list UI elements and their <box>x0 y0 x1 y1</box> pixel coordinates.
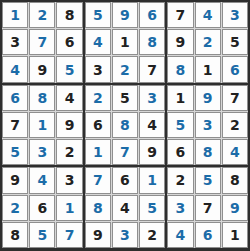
cell-r7c9[interactable]: 8 <box>222 167 248 193</box>
cell-r6c4[interactable]: 1 <box>85 139 111 165</box>
cell-r7c5[interactable]: 6 <box>112 167 138 193</box>
cell-r6c1[interactable]: 5 <box>2 139 28 165</box>
cell-r7c2[interactable]: 4 <box>29 167 55 193</box>
cell-r3c7[interactable]: 8 <box>167 56 193 82</box>
cell-r5c3[interactable]: 9 <box>56 112 82 138</box>
cell-r8c6[interactable]: 5 <box>139 195 165 221</box>
cell-r9c7[interactable]: 4 <box>167 222 193 248</box>
cell-r1c9[interactable]: 3 <box>222 2 248 28</box>
cell-r6c5[interactable]: 7 <box>112 139 138 165</box>
block-5: 253684179 <box>85 85 166 166</box>
cell-r1c5[interactable]: 9 <box>112 2 138 28</box>
block-3: 743925816 <box>167 2 248 83</box>
cell-r9c9[interactable]: 1 <box>222 222 248 248</box>
cell-r9c1[interactable]: 8 <box>2 222 28 248</box>
cell-r4c8[interactable]: 9 <box>195 85 221 111</box>
cell-r7c4[interactable]: 7 <box>85 167 111 193</box>
cell-r3c4[interactable]: 3 <box>85 56 111 82</box>
block-7: 943261857 <box>2 167 83 248</box>
cell-r6c6[interactable]: 9 <box>139 139 165 165</box>
cell-r9c8[interactable]: 6 <box>195 222 221 248</box>
cell-r4c5[interactable]: 5 <box>112 85 138 111</box>
block-8: 761845932 <box>85 167 166 248</box>
cell-r2c1[interactable]: 3 <box>2 29 28 55</box>
cell-r8c9[interactable]: 9 <box>222 195 248 221</box>
cell-r7c8[interactable]: 5 <box>195 167 221 193</box>
cell-r2c5[interactable]: 1 <box>112 29 138 55</box>
cell-r2c4[interactable]: 4 <box>85 29 111 55</box>
cell-r6c9[interactable]: 4 <box>222 139 248 165</box>
cell-r4c3[interactable]: 4 <box>56 85 82 111</box>
cell-r6c7[interactable]: 6 <box>167 139 193 165</box>
cell-r3c6[interactable]: 7 <box>139 56 165 82</box>
cell-r9c5[interactable]: 3 <box>112 222 138 248</box>
cell-r4c1[interactable]: 6 <box>2 85 28 111</box>
block-6: 197532684 <box>167 85 248 166</box>
cell-r3c8[interactable]: 1 <box>195 56 221 82</box>
cell-r6c3[interactable]: 2 <box>56 139 82 165</box>
cell-r4c9[interactable]: 7 <box>222 85 248 111</box>
cell-r8c3[interactable]: 1 <box>56 195 82 221</box>
cell-r6c8[interactable]: 8 <box>195 139 221 165</box>
cell-r9c3[interactable]: 7 <box>56 222 82 248</box>
cell-r1c1[interactable]: 1 <box>2 2 28 28</box>
cell-r3c2[interactable]: 9 <box>29 56 55 82</box>
cell-r3c9[interactable]: 6 <box>222 56 248 82</box>
cell-r9c6[interactable]: 2 <box>139 222 165 248</box>
cell-r2c8[interactable]: 2 <box>195 29 221 55</box>
cell-r4c7[interactable]: 1 <box>167 85 193 111</box>
cell-r2c7[interactable]: 9 <box>167 29 193 55</box>
cell-r9c2[interactable]: 5 <box>29 222 55 248</box>
cell-r2c6[interactable]: 8 <box>139 29 165 55</box>
cell-r5c1[interactable]: 7 <box>2 112 28 138</box>
cell-r9c4[interactable]: 9 <box>85 222 111 248</box>
cell-r8c2[interactable]: 6 <box>29 195 55 221</box>
cell-r1c6[interactable]: 6 <box>139 2 165 28</box>
cell-r6c2[interactable]: 3 <box>29 139 55 165</box>
block-4: 684719532 <box>2 85 83 166</box>
cell-r5c9[interactable]: 2 <box>222 112 248 138</box>
cell-r5c4[interactable]: 6 <box>85 112 111 138</box>
block-1: 128376495 <box>2 2 83 83</box>
cell-r1c8[interactable]: 4 <box>195 2 221 28</box>
cell-r5c5[interactable]: 8 <box>112 112 138 138</box>
cell-r1c4[interactable]: 5 <box>85 2 111 28</box>
cell-r7c3[interactable]: 3 <box>56 167 82 193</box>
block-2: 596418327 <box>85 2 166 83</box>
cell-r4c6[interactable]: 3 <box>139 85 165 111</box>
cell-r8c8[interactable]: 7 <box>195 195 221 221</box>
cell-r2c9[interactable]: 5 <box>222 29 248 55</box>
cell-r5c2[interactable]: 1 <box>29 112 55 138</box>
cell-r3c1[interactable]: 4 <box>2 56 28 82</box>
cell-r8c1[interactable]: 2 <box>2 195 28 221</box>
cell-r2c2[interactable]: 7 <box>29 29 55 55</box>
cell-r3c3[interactable]: 5 <box>56 56 82 82</box>
block-9: 258379461 <box>167 167 248 248</box>
cell-r1c7[interactable]: 7 <box>167 2 193 28</box>
cell-r8c4[interactable]: 8 <box>85 195 111 221</box>
cell-r3c5[interactable]: 2 <box>112 56 138 82</box>
cell-r4c4[interactable]: 2 <box>85 85 111 111</box>
cell-r8c5[interactable]: 4 <box>112 195 138 221</box>
cell-r7c1[interactable]: 9 <box>2 167 28 193</box>
cell-r5c7[interactable]: 5 <box>167 112 193 138</box>
sudoku-board: 1283764955964183277439258166847195322536… <box>0 0 250 251</box>
cell-r7c7[interactable]: 2 <box>167 167 193 193</box>
cell-r1c3[interactable]: 8 <box>56 2 82 28</box>
cell-r5c6[interactable]: 4 <box>139 112 165 138</box>
cell-r7c6[interactable]: 1 <box>139 167 165 193</box>
cell-r4c2[interactable]: 8 <box>29 85 55 111</box>
cell-r8c7[interactable]: 3 <box>167 195 193 221</box>
cell-r5c8[interactable]: 3 <box>195 112 221 138</box>
cell-r2c3[interactable]: 6 <box>56 29 82 55</box>
cell-r1c2[interactable]: 2 <box>29 2 55 28</box>
